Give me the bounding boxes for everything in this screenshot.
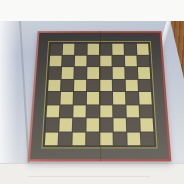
- square-c7: [75, 55, 87, 66]
- square-h1: [141, 132, 154, 145]
- background-top: [0, 0, 184, 21]
- square-c2: [73, 118, 86, 131]
- board-fold-seam: [100, 31, 101, 161]
- photo-scene: [0, 0, 184, 184]
- square-f5: [113, 79, 125, 91]
- square-c5: [74, 79, 86, 91]
- square-a5: [48, 79, 61, 91]
- square-h2: [140, 118, 153, 131]
- square-f3: [113, 105, 126, 117]
- square-b3: [60, 105, 73, 117]
- square-b1: [59, 132, 72, 145]
- square-a2: [46, 118, 59, 131]
- square-e8: [100, 44, 111, 55]
- square-g6: [125, 67, 137, 78]
- square-h4: [139, 92, 152, 104]
- square-f4: [113, 92, 125, 104]
- square-b8: [63, 44, 75, 55]
- square-g5: [126, 79, 138, 91]
- square-e5: [100, 79, 112, 91]
- square-g3: [126, 105, 139, 117]
- square-a1: [45, 132, 58, 145]
- square-g7: [125, 55, 137, 66]
- square-d7: [87, 55, 99, 66]
- square-h8: [137, 44, 149, 55]
- square-f7: [112, 55, 124, 66]
- square-f8: [112, 44, 124, 55]
- square-h5: [138, 79, 151, 91]
- square-f2: [113, 118, 126, 131]
- square-b4: [60, 92, 73, 104]
- square-b5: [61, 79, 73, 91]
- square-h6: [138, 67, 150, 78]
- square-d6: [87, 67, 99, 78]
- surface-left-highlight: [0, 21, 18, 163]
- square-c4: [74, 92, 86, 104]
- square-d1: [86, 132, 99, 145]
- square-f6: [113, 67, 125, 78]
- square-d3: [87, 105, 99, 117]
- square-b7: [62, 55, 74, 66]
- square-f1: [114, 132, 127, 145]
- square-d8: [88, 44, 99, 55]
- square-g2: [127, 118, 140, 131]
- square-b6: [62, 67, 74, 78]
- square-a3: [46, 105, 59, 117]
- square-e3: [100, 105, 112, 117]
- square-a7: [49, 55, 61, 66]
- background-bottom: [0, 163, 184, 184]
- square-g8: [125, 44, 137, 55]
- square-a6: [49, 67, 61, 78]
- square-c8: [75, 44, 87, 55]
- bottom-seam-line: [28, 176, 150, 177]
- square-c6: [74, 67, 86, 78]
- chessboard: [28, 31, 172, 161]
- square-e4: [100, 92, 112, 104]
- square-g4: [126, 92, 139, 104]
- square-c3: [73, 105, 86, 117]
- square-d5: [87, 79, 99, 91]
- square-b2: [59, 118, 72, 131]
- square-d4: [87, 92, 99, 104]
- square-e2: [100, 118, 113, 131]
- square-h7: [137, 55, 149, 66]
- square-e1: [100, 132, 113, 145]
- square-e6: [100, 67, 112, 78]
- square-g1: [127, 132, 140, 145]
- square-a8: [50, 44, 62, 55]
- square-a4: [47, 92, 60, 104]
- square-e7: [100, 55, 112, 66]
- square-d2: [86, 118, 99, 131]
- square-c1: [72, 132, 85, 145]
- square-h3: [140, 105, 153, 117]
